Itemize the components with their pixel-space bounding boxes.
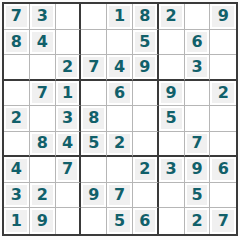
cell-r6c8[interactable]: 7 (185, 132, 211, 158)
cell-r2c3[interactable] (56, 30, 82, 56)
cell-r1c9[interactable]: 9 (210, 4, 236, 30)
cell-r3c6[interactable]: 9 (133, 55, 159, 81)
cell-r6c1[interactable] (4, 132, 30, 158)
cell-r9c3[interactable] (56, 208, 82, 234)
cell-r1c4[interactable] (81, 4, 107, 30)
cell-r9c6[interactable]: 6 (133, 208, 159, 234)
cell-r6c9[interactable] (210, 132, 236, 158)
cell-r9c2[interactable]: 9 (30, 208, 56, 234)
cell-r9c8[interactable]: 2 (185, 208, 211, 234)
cell-r4c9[interactable]: 2 (210, 81, 236, 107)
cell-r7c5[interactable] (107, 157, 133, 183)
cell-r3c7[interactable] (159, 55, 185, 81)
cell-r8c5[interactable]: 7 (107, 183, 133, 209)
cell-r2c7[interactable] (159, 30, 185, 56)
cell-r2c1[interactable]: 8 (4, 30, 30, 56)
cell-r3c5[interactable]: 4 (107, 55, 133, 81)
cell-r8c8[interactable]: 5 (185, 183, 211, 209)
cell-r8c6[interactable] (133, 183, 159, 209)
cell-r3c2[interactable] (30, 55, 56, 81)
cell-r6c4[interactable]: 5 (81, 132, 107, 158)
cell-r1c6[interactable]: 8 (133, 4, 159, 30)
cell-r5c9[interactable] (210, 106, 236, 132)
sudoku-board: 7318298456274937169223858452747239632975… (2, 2, 238, 236)
cell-r1c5[interactable]: 1 (107, 4, 133, 30)
cell-r4c6[interactable] (133, 81, 159, 107)
cell-r9c1[interactable]: 1 (4, 208, 30, 234)
cell-r9c5[interactable]: 5 (107, 208, 133, 234)
cell-r2c6[interactable]: 5 (133, 30, 159, 56)
cell-r4c4[interactable] (81, 81, 107, 107)
cell-r9c9[interactable]: 7 (210, 208, 236, 234)
cell-r3c3[interactable]: 2 (56, 55, 82, 81)
cell-r5c7[interactable]: 5 (159, 106, 185, 132)
cell-r4c7[interactable]: 9 (159, 81, 185, 107)
cell-r6c7[interactable] (159, 132, 185, 158)
cell-r4c5[interactable]: 6 (107, 81, 133, 107)
cell-r8c9[interactable] (210, 183, 236, 209)
cell-r8c4[interactable]: 9 (81, 183, 107, 209)
cell-r7c1[interactable]: 4 (4, 157, 30, 183)
cell-r5c4[interactable]: 8 (81, 106, 107, 132)
cell-r8c1[interactable]: 3 (4, 183, 30, 209)
cell-r2c9[interactable] (210, 30, 236, 56)
cell-r2c5[interactable] (107, 30, 133, 56)
cell-r5c3[interactable]: 3 (56, 106, 82, 132)
cell-r7c9[interactable]: 6 (210, 157, 236, 183)
cell-r6c2[interactable]: 8 (30, 132, 56, 158)
cell-r5c8[interactable] (185, 106, 211, 132)
cell-r9c7[interactable] (159, 208, 185, 234)
cell-r3c8[interactable]: 3 (185, 55, 211, 81)
cell-r8c3[interactable] (56, 183, 82, 209)
cell-r1c2[interactable]: 3 (30, 4, 56, 30)
cell-r6c5[interactable]: 2 (107, 132, 133, 158)
cell-r7c8[interactable]: 9 (185, 157, 211, 183)
cell-r8c2[interactable]: 2 (30, 183, 56, 209)
cell-r1c7[interactable]: 2 (159, 4, 185, 30)
cell-r7c4[interactable] (81, 157, 107, 183)
cell-r2c4[interactable] (81, 30, 107, 56)
cell-r7c7[interactable]: 3 (159, 157, 185, 183)
cell-r1c8[interactable] (185, 4, 211, 30)
cell-r8c7[interactable] (159, 183, 185, 209)
cell-r6c3[interactable]: 4 (56, 132, 82, 158)
cell-r4c1[interactable] (4, 81, 30, 107)
cell-r1c1[interactable]: 7 (4, 4, 30, 30)
cell-r2c2[interactable]: 4 (30, 30, 56, 56)
cell-r7c6[interactable]: 2 (133, 157, 159, 183)
cell-r5c1[interactable]: 2 (4, 106, 30, 132)
cell-r2c8[interactable]: 6 (185, 30, 211, 56)
cell-r4c8[interactable] (185, 81, 211, 107)
cell-r3c1[interactable] (4, 55, 30, 81)
cell-r6c6[interactable] (133, 132, 159, 158)
cell-r3c9[interactable] (210, 55, 236, 81)
cell-r1c3[interactable] (56, 4, 82, 30)
cell-r5c2[interactable] (30, 106, 56, 132)
cell-r7c2[interactable] (30, 157, 56, 183)
cell-r4c3[interactable]: 1 (56, 81, 82, 107)
cell-r4c2[interactable]: 7 (30, 81, 56, 107)
cell-r3c4[interactable]: 7 (81, 55, 107, 81)
cell-r5c5[interactable] (107, 106, 133, 132)
cell-r9c4[interactable] (81, 208, 107, 234)
cell-r5c6[interactable] (133, 106, 159, 132)
cell-r7c3[interactable]: 7 (56, 157, 82, 183)
